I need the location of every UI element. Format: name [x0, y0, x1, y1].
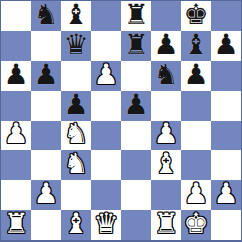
black-bishop[interactable]: ♝ [63, 1, 88, 29]
black-king[interactable]: ♚ [183, 1, 208, 29]
square-d8[interactable] [91, 1, 121, 31]
square-f4[interactable]: ♟ [151, 121, 181, 151]
square-e6[interactable] [121, 61, 151, 91]
square-b4[interactable] [31, 121, 61, 151]
square-b7[interactable] [31, 31, 61, 61]
square-f5[interactable] [151, 91, 181, 121]
black-pawn[interactable]: ♟ [63, 91, 88, 119]
square-h2[interactable]: ♟ [211, 180, 241, 210]
white-bishop[interactable]: ♝ [63, 210, 88, 238]
white-knight[interactable]: ♞ [63, 150, 88, 178]
square-b1[interactable] [31, 210, 61, 240]
square-a3[interactable] [1, 150, 31, 180]
white-pawn[interactable]: ♟ [213, 180, 238, 208]
square-h6[interactable] [211, 61, 241, 91]
square-h1[interactable] [211, 210, 241, 240]
square-e5[interactable]: ♟ [121, 91, 151, 121]
square-e3[interactable] [121, 150, 151, 180]
square-f7[interactable]: ♟ [151, 31, 181, 61]
square-a7[interactable] [1, 31, 31, 61]
square-b2[interactable]: ♟ [31, 180, 61, 210]
square-g5[interactable] [181, 91, 211, 121]
black-bishop[interactable]: ♝ [183, 31, 208, 59]
black-pawn[interactable]: ♟ [153, 31, 178, 59]
white-pawn[interactable]: ♟ [33, 180, 58, 208]
black-pawn[interactable]: ♟ [183, 61, 208, 89]
square-c6[interactable] [61, 61, 91, 91]
black-rook[interactable]: ♜ [123, 1, 148, 29]
square-e7[interactable]: ♜ [121, 31, 151, 61]
square-g1[interactable]: ♚ [181, 210, 211, 240]
square-c3[interactable]: ♞ [61, 150, 91, 180]
square-c7[interactable]: ♛ [61, 31, 91, 61]
square-d2[interactable] [91, 180, 121, 210]
white-rook[interactable]: ♜ [3, 210, 28, 238]
white-pawn[interactable]: ♟ [183, 180, 208, 208]
square-a5[interactable] [1, 91, 31, 121]
white-knight[interactable]: ♞ [63, 121, 88, 149]
square-b6[interactable]: ♟ [31, 61, 61, 91]
black-rook[interactable]: ♜ [123, 31, 148, 59]
square-f1[interactable]: ♜ [151, 210, 181, 240]
square-c8[interactable]: ♝ [61, 1, 91, 31]
square-g8[interactable]: ♚ [181, 1, 211, 31]
square-c5[interactable]: ♟ [61, 91, 91, 121]
square-d6[interactable]: ♟ [91, 61, 121, 91]
white-rook[interactable]: ♜ [153, 210, 178, 238]
square-e2[interactable] [121, 180, 151, 210]
square-d5[interactable] [91, 91, 121, 121]
square-a6[interactable]: ♟ [1, 61, 31, 91]
square-d7[interactable] [91, 31, 121, 61]
square-e8[interactable]: ♜ [121, 1, 151, 31]
square-g6[interactable]: ♟ [181, 61, 211, 91]
square-e4[interactable] [121, 121, 151, 151]
square-b3[interactable] [31, 150, 61, 180]
square-h8[interactable] [211, 1, 241, 31]
black-pawn[interactable]: ♟ [123, 91, 148, 119]
square-f6[interactable]: ♞ [151, 61, 181, 91]
square-f2[interactable] [151, 180, 181, 210]
white-queen[interactable]: ♛ [93, 210, 118, 238]
square-h7[interactable]: ♟ [211, 31, 241, 61]
white-king[interactable]: ♚ [183, 210, 208, 238]
black-pawn[interactable]: ♟ [33, 61, 58, 89]
square-g4[interactable] [181, 121, 211, 151]
black-knight[interactable]: ♞ [153, 61, 178, 89]
square-c2[interactable] [61, 180, 91, 210]
square-f8[interactable] [151, 1, 181, 31]
white-pawn[interactable]: ♟ [3, 121, 28, 149]
square-h4[interactable] [211, 121, 241, 151]
square-h5[interactable] [211, 91, 241, 121]
square-a1[interactable]: ♜ [1, 210, 31, 240]
white-pawn[interactable]: ♟ [93, 61, 118, 89]
square-g2[interactable]: ♟ [181, 180, 211, 210]
square-b5[interactable] [31, 91, 61, 121]
white-bishop[interactable]: ♝ [153, 150, 178, 178]
square-d3[interactable] [91, 150, 121, 180]
black-pawn[interactable]: ♟ [3, 61, 28, 89]
square-e1[interactable] [121, 210, 151, 240]
square-g3[interactable] [181, 150, 211, 180]
black-knight[interactable]: ♞ [33, 1, 58, 29]
square-c1[interactable]: ♝ [61, 210, 91, 240]
square-a4[interactable]: ♟ [1, 121, 31, 151]
square-h3[interactable] [211, 150, 241, 180]
square-d1[interactable]: ♛ [91, 210, 121, 240]
black-queen[interactable]: ♛ [63, 31, 88, 59]
square-f3[interactable]: ♝ [151, 150, 181, 180]
square-a2[interactable] [1, 180, 31, 210]
square-a8[interactable] [1, 1, 31, 31]
white-pawn[interactable]: ♟ [153, 121, 178, 149]
square-g7[interactable]: ♝ [181, 31, 211, 61]
chess-board: ♞♝♜♚♛♜♟♝♟♟♟♟♞♟♟♟♟♞♟♞♝♟♟♟♜♝♛♜♚ [0, 0, 242, 242]
square-b8[interactable]: ♞ [31, 1, 61, 31]
square-c4[interactable]: ♞ [61, 121, 91, 151]
black-pawn[interactable]: ♟ [213, 31, 238, 59]
square-d4[interactable] [91, 121, 121, 151]
